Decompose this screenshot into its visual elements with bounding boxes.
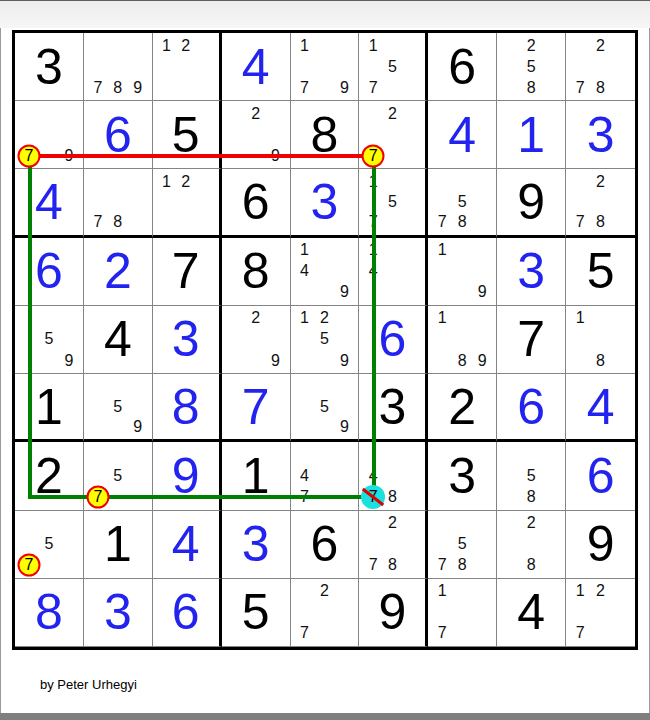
candidate-2: 2 [176, 35, 195, 56]
cell-r1c6[interactable]: 157 [359, 33, 428, 101]
candidate-9: 9 [266, 350, 286, 371]
cell-r9c2[interactable]: 3 [84, 579, 153, 647]
cell-r5c9[interactable]: 18 [566, 306, 635, 374]
cell-r6c4[interactable]: 7 [222, 374, 291, 442]
candidate-4: 4 [363, 261, 382, 282]
cell-r6c9[interactable]: 4 [566, 374, 635, 442]
candidate-1: 1 [295, 240, 315, 261]
cell-r3c8[interactable]: 9 [497, 169, 566, 237]
given-digit: 5 [153, 101, 219, 168]
candidate-5: 5 [108, 397, 128, 417]
candidate-8: 8 [521, 486, 541, 507]
cell-r8c6[interactable]: 278 [359, 511, 428, 579]
given-digit: 9 [497, 169, 565, 234]
cell-r8c7[interactable]: 578 [428, 511, 497, 579]
candidate-9: 9 [472, 282, 492, 303]
given-digit: 6 [291, 511, 359, 578]
cell-r1c4[interactable]: 4 [222, 33, 291, 101]
candidate-1: 1 [432, 581, 452, 602]
candidate-7: 7 [432, 623, 452, 644]
cell-r3c3[interactable]: 12 [153, 169, 222, 237]
cell-r5c7[interactable]: 189 [428, 306, 497, 374]
cell-r4c6[interactable]: 14 [359, 238, 428, 306]
cell-r1c3[interactable]: 12 [153, 33, 222, 101]
solved-digit: 6 [153, 579, 219, 646]
cell-r7c2[interactable]: 57 [84, 442, 153, 510]
candidate-2: 2 [521, 513, 541, 534]
candidate-4: 4 [295, 465, 315, 486]
candidate-9: 9 [334, 417, 354, 437]
candidate-7: 7 [363, 555, 382, 576]
candidate-7: 7 [570, 77, 590, 98]
candidate-5: 5 [521, 465, 541, 486]
cell-r7c4[interactable]: 1 [222, 442, 291, 510]
candidate-2: 2 [315, 308, 335, 329]
solved-digit: 6 [84, 101, 152, 168]
cell-r9c5[interactable]: 27 [291, 579, 360, 647]
candidate-7: 7 [295, 77, 315, 98]
cell-r6c1[interactable]: 1 [15, 374, 84, 442]
cell-r3c6[interactable]: 157 [359, 169, 428, 237]
cell-r5c1[interactable]: 59 [15, 306, 84, 374]
candidate-7: 7 [363, 486, 382, 507]
candidate-4: 4 [363, 465, 382, 486]
cell-r2c4[interactable]: 29 [222, 101, 291, 169]
candidate-1: 1 [363, 35, 382, 56]
cell-r9c3[interactable]: 6 [153, 579, 222, 647]
given-digit: 9 [359, 579, 425, 646]
candidate-1: 1 [157, 35, 176, 56]
solved-digit: 3 [84, 579, 152, 646]
candidate-1: 1 [432, 240, 452, 261]
cell-r9c9[interactable]: 127 [566, 579, 635, 647]
cell-r1c8[interactable]: 258 [497, 33, 566, 101]
candidate-1: 1 [363, 171, 382, 191]
candidate-2: 2 [590, 581, 610, 602]
solved-digit: 9 [153, 442, 219, 509]
cell-r5c3[interactable]: 3 [153, 306, 222, 374]
cell-r3c1[interactable]: 4 [15, 169, 84, 237]
cell-r3c9[interactable]: 278 [566, 169, 635, 237]
cell-r5c8[interactable]: 7 [497, 306, 566, 374]
candidate-1: 1 [295, 35, 315, 56]
cell-r6c7[interactable]: 2 [428, 374, 497, 442]
cell-r1c1[interactable]: 3 [15, 33, 84, 101]
cell-r4c8[interactable]: 3 [497, 238, 566, 306]
cell-r2c2[interactable]: 6 [84, 101, 153, 169]
cell-r4c7[interactable]: 19 [428, 238, 497, 306]
candidate-7: 7 [363, 145, 382, 166]
candidate-7: 7 [432, 212, 452, 232]
status-bar [0, 713, 650, 720]
cell-r6c6[interactable]: 3 [359, 374, 428, 442]
candidate-8: 8 [108, 77, 128, 98]
candidate-4: 4 [295, 261, 315, 282]
candidate-1: 1 [570, 308, 590, 329]
candidate-8: 8 [521, 77, 541, 98]
cell-r1c2[interactable]: 789 [84, 33, 153, 101]
solved-digit: 6 [566, 442, 635, 509]
candidate-5: 5 [521, 56, 541, 77]
candidate-8: 8 [521, 555, 541, 576]
candidate-5: 5 [383, 192, 402, 212]
candidate-5: 5 [383, 56, 402, 77]
given-digit: 7 [497, 306, 565, 373]
cell-r8c3[interactable]: 4 [153, 511, 222, 579]
given-digit: 7 [153, 238, 219, 305]
solved-digit: 2 [84, 238, 152, 305]
solved-digit: 4 [153, 511, 219, 578]
candidate-1: 1 [157, 171, 176, 191]
sudoku-board: 3789124179157625827879652982741347812631… [12, 30, 638, 650]
solved-digit: 6 [359, 306, 425, 373]
candidate-7: 7 [295, 486, 315, 507]
candidate-9: 9 [334, 77, 354, 98]
cell-r4c2[interactable]: 2 [84, 238, 153, 306]
cell-r9c1[interactable]: 8 [15, 579, 84, 647]
candidate-7: 7 [295, 623, 315, 644]
cell-r6c5[interactable]: 59 [291, 374, 360, 442]
candidate-8: 8 [383, 486, 402, 507]
cell-r4c5[interactable]: 149 [291, 238, 360, 306]
solved-digit: 4 [15, 169, 83, 234]
candidate-5: 5 [39, 329, 59, 350]
cell-r5c2[interactable]: 4 [84, 306, 153, 374]
candidate-9: 9 [59, 350, 79, 371]
cell-r2c1[interactable]: 79 [15, 101, 84, 169]
cell-r5c4[interactable]: 29 [222, 306, 291, 374]
cell-r1c9[interactable]: 278 [566, 33, 635, 101]
cell-r2c5[interactable]: 8 [291, 101, 360, 169]
solved-digit: 8 [15, 579, 83, 646]
given-digit: 8 [291, 101, 359, 168]
solved-digit: 1 [497, 101, 565, 168]
cell-r8c5[interactable]: 6 [291, 511, 360, 579]
candidate-8: 8 [108, 212, 128, 232]
cell-r3c4[interactable]: 6 [222, 169, 291, 237]
solved-digit: 4 [428, 101, 496, 168]
solved-digit: 6 [497, 374, 565, 439]
given-digit: 5 [222, 579, 290, 646]
solved-digit: 3 [153, 306, 219, 373]
cell-r6c3[interactable]: 8 [153, 374, 222, 442]
cell-r1c5[interactable]: 179 [291, 33, 360, 101]
candidate-2: 2 [176, 171, 195, 191]
author-credit: by Peter Urhegyi [40, 677, 137, 692]
candidate-2: 2 [590, 35, 610, 56]
cell-r4c4[interactable]: 8 [222, 238, 291, 306]
candidate-9: 9 [59, 145, 79, 166]
candidate-2: 2 [315, 581, 335, 602]
candidate-9: 9 [472, 350, 492, 371]
cell-r3c5[interactable]: 3 [291, 169, 360, 237]
cell-r7c7[interactable]: 3 [428, 442, 497, 510]
cell-r9c6[interactable]: 9 [359, 579, 428, 647]
candidate-8: 8 [383, 555, 402, 576]
solved-digit: 3 [222, 511, 290, 578]
cell-r9c8[interactable]: 4 [497, 579, 566, 647]
cell-r4c1[interactable]: 6 [15, 238, 84, 306]
candidate-5: 5 [108, 465, 128, 486]
candidate-5: 5 [452, 192, 472, 212]
candidate-5: 5 [315, 397, 335, 417]
candidate-2: 2 [246, 103, 266, 124]
titlebar [0, 0, 650, 28]
cell-r7c5[interactable]: 47 [291, 442, 360, 510]
given-digit: 9 [566, 511, 635, 578]
candidate-7: 7 [432, 555, 452, 576]
candidate-7: 7 [363, 212, 382, 232]
given-digit: 1 [84, 511, 152, 578]
solved-digit: 6 [15, 238, 83, 305]
candidate-2: 2 [521, 35, 541, 56]
candidate-7: 7 [570, 212, 590, 232]
candidate-1: 1 [295, 308, 315, 329]
candidate-7: 7 [88, 77, 108, 98]
cell-r8c4[interactable]: 3 [222, 511, 291, 579]
candidate-9: 9 [128, 417, 148, 437]
cell-r7c9[interactable]: 6 [566, 442, 635, 510]
cell-r5c6[interactable]: 6 [359, 306, 428, 374]
candidate-8: 8 [590, 212, 610, 232]
candidate-9: 9 [334, 282, 354, 303]
cell-r7c6[interactable]: 478 [359, 442, 428, 510]
solved-digit: 3 [497, 238, 565, 305]
given-digit: 2 [428, 374, 496, 439]
cell-r2c6[interactable]: 27 [359, 101, 428, 169]
cell-r8c8[interactable]: 28 [497, 511, 566, 579]
cell-r4c3[interactable]: 7 [153, 238, 222, 306]
cell-r7c3[interactable]: 9 [153, 442, 222, 510]
cell-r7c1[interactable]: 2 [15, 442, 84, 510]
given-digit: 6 [222, 169, 290, 234]
cell-r2c3[interactable]: 5 [153, 101, 222, 169]
candidate-7: 7 [19, 145, 39, 166]
solved-digit: 7 [222, 374, 290, 439]
cell-r8c9[interactable]: 9 [566, 511, 635, 579]
candidate-2: 2 [246, 308, 266, 329]
candidate-2: 2 [383, 513, 402, 534]
given-digit: 3 [359, 374, 425, 439]
solver-window: 3789124179157625827879652982741347812631… [0, 0, 650, 720]
cell-r7c8[interactable]: 58 [497, 442, 566, 510]
given-digit: 2 [15, 442, 83, 509]
candidate-1: 1 [570, 581, 590, 602]
candidate-8: 8 [452, 555, 472, 576]
given-digit: 6 [428, 33, 496, 100]
given-digit: 4 [84, 306, 152, 373]
candidate-5: 5 [452, 534, 472, 555]
solved-digit: 3 [566, 101, 635, 168]
candidate-8: 8 [590, 350, 610, 371]
solved-digit: 4 [222, 33, 290, 100]
given-digit: 1 [15, 374, 83, 439]
solved-digit: 4 [566, 374, 635, 439]
given-digit: 1 [222, 442, 290, 509]
given-digit: 3 [15, 33, 83, 100]
candidate-2: 2 [590, 171, 610, 191]
candidate-7: 7 [19, 555, 39, 576]
candidate-7: 7 [570, 623, 590, 644]
given-digit: 8 [222, 238, 290, 305]
cell-r9c7[interactable]: 17 [428, 579, 497, 647]
cell-r8c2[interactable]: 1 [84, 511, 153, 579]
cell-r6c2[interactable]: 59 [84, 374, 153, 442]
cell-r3c7[interactable]: 578 [428, 169, 497, 237]
candidate-8: 8 [452, 350, 472, 371]
candidate-8: 8 [452, 212, 472, 232]
candidate-9: 9 [266, 145, 286, 166]
candidate-7: 7 [88, 212, 108, 232]
candidate-1: 1 [363, 240, 382, 261]
candidate-2: 2 [383, 103, 402, 124]
solved-digit: 8 [153, 374, 219, 439]
cell-r8c1[interactable]: 57 [15, 511, 84, 579]
candidate-8: 8 [590, 77, 610, 98]
given-digit: 4 [497, 579, 565, 646]
candidate-5: 5 [315, 329, 335, 350]
candidate-1: 1 [432, 308, 452, 329]
candidate-9: 9 [334, 350, 354, 371]
cell-r1c7[interactable]: 6 [428, 33, 497, 101]
candidate-7: 7 [363, 77, 382, 98]
cell-r2c7[interactable]: 4 [428, 101, 497, 169]
cell-r9c4[interactable]: 5 [222, 579, 291, 647]
candidate-9: 9 [128, 77, 148, 98]
cell-r3c2[interactable]: 78 [84, 169, 153, 237]
cell-r4c9[interactable]: 5 [566, 238, 635, 306]
candidate-5: 5 [39, 534, 59, 555]
cell-r5c5[interactable]: 1259 [291, 306, 360, 374]
solved-digit: 3 [291, 169, 359, 234]
given-digit: 3 [428, 442, 496, 509]
cell-r6c8[interactable]: 6 [497, 374, 566, 442]
candidate-7: 7 [88, 486, 108, 507]
cell-r2c8[interactable]: 1 [497, 101, 566, 169]
cell-r2c9[interactable]: 3 [566, 101, 635, 169]
given-digit: 5 [566, 238, 635, 305]
